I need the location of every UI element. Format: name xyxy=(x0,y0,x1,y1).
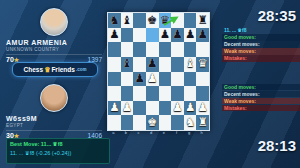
stat-row-weak-moves-: Weak moves: xyxy=(222,98,300,105)
square-e7[interactable]: ♟ xyxy=(159,28,172,43)
square-f8[interactable] xyxy=(171,13,184,28)
square-b7[interactable] xyxy=(121,28,134,43)
square-b1[interactable] xyxy=(121,115,134,130)
square-a1[interactable] xyxy=(108,115,121,130)
square-b2[interactable]: ♟ xyxy=(121,101,134,116)
black-king[interactable]: ♚ xyxy=(147,15,157,27)
stat-row-weak-moves-: Weak moves: xyxy=(222,48,300,55)
square-h8[interactable]: ♜ xyxy=(196,13,209,28)
square-e4[interactable] xyxy=(159,72,172,87)
square-h7[interactable]: ♟ xyxy=(196,28,209,43)
white-knight[interactable]: ♞ xyxy=(185,117,195,129)
square-e5[interactable] xyxy=(159,57,172,72)
white-pawn[interactable]: ♟ xyxy=(185,102,195,114)
square-a4[interactable] xyxy=(108,72,121,87)
square-e8[interactable]: ♛ xyxy=(159,13,172,28)
square-c6[interactable] xyxy=(133,42,146,57)
white-pawn[interactable]: ♟ xyxy=(172,102,182,114)
file-label-a: a xyxy=(107,130,120,135)
square-h1[interactable]: ♜ xyxy=(196,115,209,130)
square-h6[interactable] xyxy=(196,42,209,57)
white-bishop[interactable]: ♝ xyxy=(185,58,195,70)
square-c8[interactable] xyxy=(133,13,146,28)
file-labels: abcdefgh xyxy=(107,130,208,135)
square-b3[interactable] xyxy=(121,86,134,101)
square-b5[interactable]: ♝ xyxy=(121,57,134,72)
stat-row-mistakes-: Mistakes: xyxy=(222,105,300,112)
clock-top: 28:35 xyxy=(222,7,300,24)
best-move-box: Best Move: 11... ♛f8 11. ... ♛f8 (-0.26 … xyxy=(6,138,110,164)
stat-label: Decent moves: xyxy=(224,91,260,97)
white-pawn[interactable]: ♟ xyxy=(122,102,132,114)
logo-part2: Friends xyxy=(51,66,74,73)
square-d8[interactable]: ♚ xyxy=(146,13,159,28)
square-e6[interactable] xyxy=(159,42,172,57)
clock-bottom: 28:13 xyxy=(222,137,300,154)
square-h5[interactable]: ♛ xyxy=(196,57,209,72)
square-d7[interactable] xyxy=(146,28,159,43)
logo-part1: Chess xyxy=(24,66,44,73)
file-label-h: h xyxy=(195,130,208,135)
file-label-g: g xyxy=(183,130,196,135)
black-pawn[interactable]: ♟ xyxy=(134,73,144,85)
square-h4[interactable] xyxy=(196,72,209,87)
square-d3[interactable] xyxy=(146,86,159,101)
white-pawn[interactable]: ♟ xyxy=(109,102,119,114)
player-name: W6ss9M xyxy=(6,115,102,122)
right-panel: 28:35 11. ... ♛f8 Good moves:Decent move… xyxy=(222,0,300,168)
stat-label: Weak moves: xyxy=(224,48,256,54)
square-g1[interactable]: ♞ xyxy=(184,115,197,130)
stat-row-good-moves-: Good moves: xyxy=(222,34,300,41)
square-c4[interactable]: ♟ xyxy=(133,72,146,87)
avatar[interactable] xyxy=(40,8,68,36)
file-label-f: f xyxy=(170,130,183,135)
stat-label: Good moves: xyxy=(224,84,256,90)
square-h2[interactable]: ♟ xyxy=(196,101,209,116)
square-g4[interactable] xyxy=(184,72,197,87)
move-stats-bottom: Good moves:Decent moves:Weak moves:Mista… xyxy=(222,84,300,112)
player-name: AMUR ARMENIA xyxy=(6,39,102,46)
square-d2[interactable] xyxy=(146,101,159,116)
white-pawn[interactable]: ♟ xyxy=(147,73,157,85)
square-a3[interactable] xyxy=(108,86,121,101)
white-pawn[interactable]: ♟ xyxy=(198,102,208,114)
square-b4[interactable] xyxy=(121,72,134,87)
white-queen[interactable]: ♛ xyxy=(198,58,208,70)
stat-row-mistakes-: Mistakes: xyxy=(222,55,300,62)
logo-suffix: .com xyxy=(76,67,87,72)
square-d1[interactable]: ♚ xyxy=(146,115,159,130)
file-label-c: c xyxy=(132,130,145,135)
stat-label: Mistakes: xyxy=(224,55,247,61)
square-f4[interactable] xyxy=(171,72,184,87)
square-h3[interactable] xyxy=(196,86,209,101)
chessfriends-logo[interactable]: Chess♛Friends.com xyxy=(12,62,98,77)
square-g7[interactable]: ♟ xyxy=(184,28,197,43)
square-g6[interactable] xyxy=(184,42,197,57)
player-country: UNKNOWN COUNTRY xyxy=(6,47,102,52)
square-a2[interactable]: ♟ xyxy=(108,101,121,116)
left-panel: AMUR ARMENIA UNKNOWN COUNTRY 70★ 1397 Ch… xyxy=(0,0,106,168)
app-window: AMUR ARMENIA UNKNOWN COUNTRY 70★ 1397 Ch… xyxy=(0,0,300,168)
stat-label: Decent moves: xyxy=(224,41,260,47)
square-g2[interactable]: ♟ xyxy=(184,101,197,116)
square-d4[interactable]: ♟ xyxy=(146,72,159,87)
stat-label: Mistakes: xyxy=(224,105,247,111)
square-e1[interactable] xyxy=(159,115,172,130)
square-e2[interactable] xyxy=(159,101,172,116)
file-label-e: e xyxy=(158,130,171,135)
best-move-eval: 11. ... ♛f8 (-0.26 (+0.24)) xyxy=(10,150,106,156)
player-country: EGYPT xyxy=(6,123,102,128)
square-c5[interactable] xyxy=(133,57,146,72)
file-label-d: d xyxy=(145,130,158,135)
black-pawn[interactable]: ♟ xyxy=(109,29,119,41)
black-bishop[interactable]: ♝ xyxy=(122,58,132,70)
square-a8[interactable]: ♞ xyxy=(108,13,121,28)
stat-row-decent-moves-: Decent moves: xyxy=(222,91,300,98)
square-c2[interactable] xyxy=(133,101,146,116)
stat-label: Good moves: xyxy=(224,34,256,40)
square-d6[interactable] xyxy=(146,42,159,57)
square-c7[interactable] xyxy=(133,28,146,43)
last-move-line: 11. ... ♛f8 xyxy=(222,27,300,33)
black-rook[interactable]: ♜ xyxy=(198,15,208,27)
stat-row-decent-moves-: Decent moves: xyxy=(222,41,300,48)
square-a6[interactable] xyxy=(108,42,121,57)
player-card-top: AMUR ARMENIA UNKNOWN COUNTRY 70★ 1397 xyxy=(6,8,102,63)
black-pawn[interactable]: ♟ xyxy=(147,58,157,70)
square-b8[interactable]: ♝ xyxy=(121,13,134,28)
star-count: 70 xyxy=(6,56,14,63)
square-f5[interactable] xyxy=(171,57,184,72)
square-f7[interactable]: ♟ xyxy=(171,28,184,43)
black-knight[interactable]: ♞ xyxy=(109,15,119,27)
square-f6[interactable] xyxy=(171,42,184,57)
square-a7[interactable]: ♟ xyxy=(108,28,121,43)
move-stats-top: Good moves:Decent moves:Weak moves:Mista… xyxy=(222,34,300,62)
chess-board: ♞♝♚♛♜♟♟♟♟♟♝♟♝♛♟♟♟♟♟♟♟♚♞♜ xyxy=(107,12,210,131)
crown-icon: ♛ xyxy=(44,66,50,74)
square-c3[interactable] xyxy=(133,86,146,101)
square-g3[interactable] xyxy=(184,86,197,101)
best-move-text: Best Move: 11... ♛f8 xyxy=(10,141,106,147)
white-king[interactable]: ♚ xyxy=(147,117,157,129)
stat-label: Weak moves: xyxy=(224,98,256,104)
square-e3[interactable] xyxy=(159,86,172,101)
player-card-bottom: W6ss9M EGYPT 30★ 1406 xyxy=(6,84,102,139)
square-d5[interactable]: ♟ xyxy=(146,57,159,72)
square-a5[interactable] xyxy=(108,57,121,72)
black-bishop[interactable]: ♝ xyxy=(122,15,132,27)
square-g5[interactable]: ♝ xyxy=(184,57,197,72)
file-label-b: b xyxy=(120,130,133,135)
square-b6[interactable] xyxy=(121,42,134,57)
square-f1[interactable] xyxy=(171,115,184,130)
white-rook[interactable]: ♜ xyxy=(198,117,208,129)
black-pawn[interactable]: ♟ xyxy=(185,29,195,41)
stat-row-good-moves-: Good moves: xyxy=(222,84,300,91)
black-pawn[interactable]: ♟ xyxy=(198,29,208,41)
square-g8[interactable] xyxy=(184,13,197,28)
black-pawn[interactable]: ♟ xyxy=(160,29,170,41)
square-f3[interactable] xyxy=(171,86,184,101)
square-c1[interactable] xyxy=(133,115,146,130)
black-queen[interactable]: ♛ xyxy=(160,15,170,27)
black-pawn[interactable]: ♟ xyxy=(172,29,182,41)
avatar[interactable] xyxy=(40,84,68,112)
square-f2[interactable]: ♟ xyxy=(171,101,184,116)
